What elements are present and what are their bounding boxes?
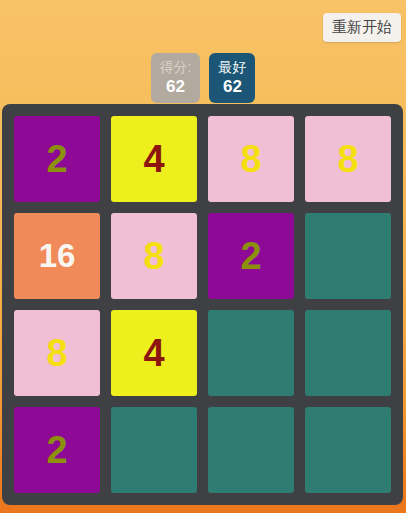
score-box: 得分: 62 xyxy=(151,53,201,103)
score-label: 得分: xyxy=(160,58,192,76)
tile-8: 8 xyxy=(14,310,100,396)
2048-app: 重新开始 得分: 62 最好 62 24881682842 xyxy=(0,0,406,513)
tile-16: 16 xyxy=(14,213,100,299)
best-score-box: 最好 62 xyxy=(209,53,255,103)
tile-8: 8 xyxy=(111,213,197,299)
empty-cell xyxy=(111,407,197,493)
restart-button[interactable]: 重新开始 xyxy=(323,13,401,42)
score-value: 62 xyxy=(160,76,192,97)
tile-2: 2 xyxy=(208,213,294,299)
empty-cell xyxy=(305,213,391,299)
best-label: 最好 xyxy=(218,58,246,76)
empty-cell xyxy=(208,407,294,493)
tile-4: 4 xyxy=(111,116,197,202)
score-panel: 得分: 62 最好 62 xyxy=(0,53,406,103)
empty-cell xyxy=(305,310,391,396)
tile-8: 8 xyxy=(305,116,391,202)
tile-4: 4 xyxy=(111,310,197,396)
tile-8: 8 xyxy=(208,116,294,202)
best-value: 62 xyxy=(218,76,246,97)
empty-cell xyxy=(208,310,294,396)
tile-2: 2 xyxy=(14,116,100,202)
tile-2: 2 xyxy=(14,407,100,493)
game-board[interactable]: 24881682842 xyxy=(2,104,403,505)
empty-cell xyxy=(305,407,391,493)
